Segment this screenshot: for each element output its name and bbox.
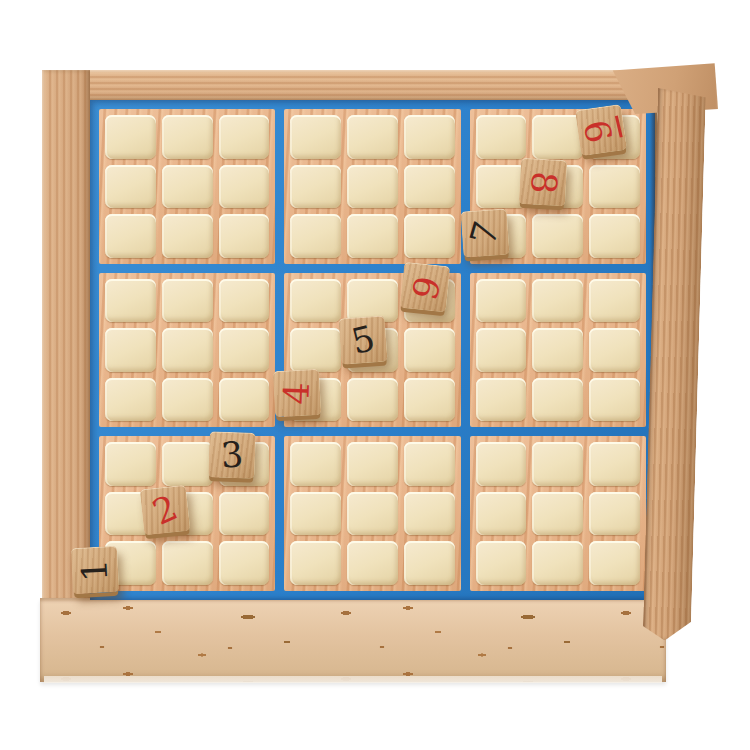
tile-glyph-6: 6 <box>405 272 445 303</box>
tile-4[interactable]: 4 <box>273 368 321 416</box>
cell-r8c3[interactable] <box>219 492 270 536</box>
tile-9[interactable]: 9 <box>575 104 627 156</box>
cell-r9c6[interactable] <box>404 541 455 585</box>
cell-r5c9[interactable] <box>589 328 640 372</box>
cell-r2c5[interactable] <box>347 165 398 209</box>
tile-glyph-3: 3 <box>220 437 245 473</box>
cell-r1c6[interactable] <box>404 115 455 159</box>
tile-glyph-2: 2 <box>148 489 183 530</box>
cell-r6c8[interactable] <box>532 378 583 422</box>
cell-r9c9[interactable] <box>589 541 640 585</box>
tile-7[interactable]: 7 <box>460 208 509 257</box>
cell-r2c3[interactable] <box>219 165 270 209</box>
cell-r5c3[interactable] <box>219 328 270 372</box>
cell-r3c3[interactable] <box>219 214 270 258</box>
cell-r8c9[interactable] <box>589 492 640 536</box>
cell-r6c7[interactable] <box>476 378 527 422</box>
cell-r3c2[interactable] <box>162 214 213 258</box>
cell-r3c8[interactable] <box>532 214 583 258</box>
frame-left-rail <box>42 70 90 602</box>
box-front-face <box>40 598 666 682</box>
cell-r5c8[interactable] <box>532 328 583 372</box>
tile-glyph-9: 9 <box>579 115 622 145</box>
cell-r2c6[interactable] <box>404 165 455 209</box>
cell-r8c6[interactable] <box>404 492 455 536</box>
cell-r1c7[interactable] <box>476 115 527 159</box>
cell-r4c8[interactable] <box>532 279 583 323</box>
cell-r3c9[interactable] <box>589 214 640 258</box>
cell-r8c7[interactable] <box>476 492 527 536</box>
cell-r6c2[interactable] <box>162 378 213 422</box>
cell-r5c7[interactable] <box>476 328 527 372</box>
block-1 <box>99 109 275 264</box>
tile-glyph-4: 4 <box>279 381 315 404</box>
cell-r5c4[interactable] <box>290 328 341 372</box>
frame-top-rail <box>42 70 662 102</box>
cell-r4c9[interactable] <box>589 279 640 323</box>
cell-r3c6[interactable] <box>404 214 455 258</box>
cell-r9c8[interactable] <box>532 541 583 585</box>
cell-r4c7[interactable] <box>476 279 527 323</box>
block-2 <box>284 109 460 264</box>
cell-r9c5[interactable] <box>347 541 398 585</box>
cell-r2c4[interactable] <box>290 165 341 209</box>
cell-r7c9[interactable] <box>589 442 640 486</box>
cell-r1c8[interactable] <box>532 115 583 159</box>
cell-r6c1[interactable] <box>105 378 156 422</box>
cell-r9c3[interactable] <box>219 541 270 585</box>
sudoku-product-photo: 123456789 <box>0 0 750 750</box>
tile-3[interactable]: 3 <box>208 431 256 479</box>
block-9 <box>470 436 646 591</box>
cell-r6c3[interactable] <box>219 378 270 422</box>
cell-r2c1[interactable] <box>105 165 156 209</box>
block-6 <box>470 273 646 428</box>
tile-8[interactable]: 8 <box>519 158 567 206</box>
cell-r2c2[interactable] <box>162 165 213 209</box>
cell-r7c2[interactable] <box>162 442 213 486</box>
block-8 <box>284 436 460 591</box>
cell-r3c1[interactable] <box>105 214 156 258</box>
cell-r1c5[interactable] <box>347 115 398 159</box>
cell-r7c8[interactable] <box>532 442 583 486</box>
cell-r8c4[interactable] <box>290 492 341 536</box>
cell-r6c5[interactable] <box>347 378 398 422</box>
cell-r4c4[interactable] <box>290 279 341 323</box>
cell-r4c3[interactable] <box>219 279 270 323</box>
cell-r8c5[interactable] <box>347 492 398 536</box>
cell-r7c4[interactable] <box>290 442 341 486</box>
cell-r8c8[interactable] <box>532 492 583 536</box>
tile-glyph-8: 8 <box>524 170 561 195</box>
cell-r3c5[interactable] <box>347 214 398 258</box>
tile-1[interactable]: 1 <box>71 546 119 594</box>
cell-r1c3[interactable] <box>219 115 270 159</box>
cell-r4c1[interactable] <box>105 279 156 323</box>
cell-r1c2[interactable] <box>162 115 213 159</box>
cell-r7c5[interactable] <box>347 442 398 486</box>
cell-r6c9[interactable] <box>589 378 640 422</box>
cell-r4c2[interactable] <box>162 279 213 323</box>
block-4 <box>99 273 275 428</box>
tile-5[interactable]: 5 <box>338 315 387 364</box>
tile-glyph-7: 7 <box>465 217 505 248</box>
cell-r9c2[interactable] <box>162 541 213 585</box>
tile-2[interactable]: 2 <box>140 484 191 535</box>
cell-r1c1[interactable] <box>105 115 156 159</box>
cell-r5c6[interactable] <box>404 328 455 372</box>
cell-r5c2[interactable] <box>162 328 213 372</box>
cell-r7c6[interactable] <box>404 442 455 486</box>
cell-r5c1[interactable] <box>105 328 156 372</box>
tile-6[interactable]: 6 <box>400 262 451 313</box>
tile-glyph-5: 5 <box>347 320 377 359</box>
cell-r6c6[interactable] <box>404 378 455 422</box>
cell-r7c7[interactable] <box>476 442 527 486</box>
cell-r2c9[interactable] <box>589 165 640 209</box>
tile-glyph-1: 1 <box>77 558 113 582</box>
cell-r9c4[interactable] <box>290 541 341 585</box>
cell-r7c1[interactable] <box>105 442 156 486</box>
box-bottom-edge <box>44 676 662 683</box>
cell-r1c4[interactable] <box>290 115 341 159</box>
cell-r9c7[interactable] <box>476 541 527 585</box>
cell-r3c4[interactable] <box>290 214 341 258</box>
